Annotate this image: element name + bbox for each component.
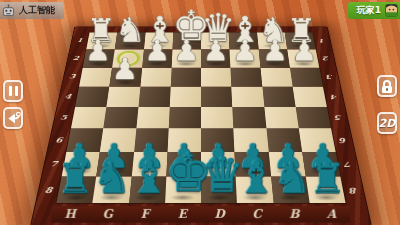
file-label-d: D	[201, 206, 238, 223]
piece-black-knight-g8[interactable]: ♞	[93, 157, 129, 199]
piece-black-king-e8[interactable]: ♚	[165, 147, 201, 199]
square-h5[interactable]	[71, 107, 107, 129]
player-avatar-icon	[385, 4, 398, 17]
square-c2[interactable]: ♟	[230, 50, 260, 68]
file-label-b: B	[276, 206, 313, 223]
square-g5[interactable]	[103, 107, 138, 129]
rank-label-right-5: 5	[331, 114, 346, 122]
square-f5[interactable]	[136, 107, 170, 129]
square-e3[interactable]	[171, 67, 201, 86]
game-scene: ♜♞♝♚♛♝♞♜♟♟♟♟♟♟♟♟♟♟♟♟♟♟♟♟♜♞♝♚♛♝♞♜ HGFEDCB…	[0, 0, 400, 225]
view-2d-button[interactable]: 2D	[377, 112, 397, 134]
piece-white-pawn-f2[interactable]: ♟	[142, 37, 171, 65]
square-e5[interactable]	[168, 107, 201, 129]
square-h4[interactable]	[75, 87, 109, 107]
square-e8[interactable]: ♚	[165, 176, 201, 203]
square-g1[interactable]: ♞	[115, 33, 145, 50]
square-f8[interactable]: ♝	[129, 176, 166, 203]
square-g3[interactable]: ♟	[110, 67, 142, 86]
piece-white-pawn-c2[interactable]: ♟	[230, 37, 259, 65]
square-b3[interactable]	[260, 67, 292, 86]
undo-button[interactable]	[3, 107, 23, 129]
square-d4[interactable]	[201, 87, 232, 107]
player-name-label: 玩家1	[357, 4, 381, 17]
square-h8[interactable]: ♜	[56, 176, 96, 203]
rank-label-left-2: 2	[69, 55, 83, 61]
piece-black-rook-h8[interactable]: ♜	[57, 159, 93, 200]
player-badge: 玩家1	[348, 2, 400, 19]
pause-button[interactable]	[3, 80, 23, 102]
file-label-h: H	[52, 206, 89, 223]
square-a4[interactable]	[292, 87, 326, 107]
piece-black-rook-a8[interactable]: ♜	[309, 159, 345, 200]
square-a2[interactable]: ♟	[287, 50, 319, 68]
square-h3[interactable]	[79, 67, 112, 86]
piece-black-knight-b8[interactable]: ♞	[273, 157, 309, 199]
square-b2[interactable]: ♟	[258, 50, 289, 68]
lock-icon	[383, 80, 391, 86]
piece-black-queen-d8[interactable]: ♛	[201, 151, 237, 199]
square-d3[interactable]	[201, 67, 231, 86]
piece-white-pawn-h2[interactable]: ♟	[83, 37, 112, 65]
undo-icon	[6, 111, 21, 126]
file-label-c: C	[238, 206, 275, 223]
square-b4[interactable]	[262, 87, 295, 107]
square-a3[interactable]	[290, 67, 323, 86]
rank-label-left-8: 8	[40, 185, 57, 194]
square-f3[interactable]	[140, 67, 171, 86]
opponent-name-label: 人工智能	[19, 4, 55, 17]
rank-label-right-8: 8	[345, 185, 362, 194]
square-f2[interactable]: ♟	[142, 50, 172, 68]
rank-label-right-2: 2	[319, 55, 333, 61]
rank-label-left-5: 5	[56, 114, 71, 122]
piece-white-pawn-g3[interactable]: ♟	[110, 55, 140, 84]
rank-label-right-4: 4	[327, 93, 342, 100]
piece-white-pawn-b2[interactable]: ♟	[260, 37, 289, 65]
robot-icon	[2, 4, 15, 17]
piece-white-pawn-d2[interactable]: ♟	[201, 37, 230, 65]
square-c3[interactable]	[231, 67, 262, 86]
square-a8[interactable]: ♜	[306, 176, 346, 203]
square-c8[interactable]: ♝	[236, 176, 273, 203]
rank-label-left-4: 4	[61, 93, 76, 100]
square-c5[interactable]	[232, 107, 266, 129]
piece-black-bishop-f8[interactable]: ♝	[129, 155, 165, 199]
piece-white-pawn-e2[interactable]: ♟	[172, 37, 201, 65]
square-g4[interactable]	[107, 87, 140, 107]
square-d8[interactable]: ♛	[201, 176, 237, 203]
square-d2[interactable]: ♟	[201, 50, 231, 68]
square-b5[interactable]	[264, 107, 299, 129]
file-coordinates: HGFEDCBA	[52, 206, 351, 223]
piece-white-knight-g1[interactable]: ♞	[115, 13, 144, 47]
piece-black-bishop-c8[interactable]: ♝	[237, 155, 273, 199]
file-label-e: E	[164, 206, 201, 223]
opponent-badge: 人工智能	[0, 2, 64, 19]
square-a5[interactable]	[295, 107, 331, 129]
rank-label-right-3: 3	[323, 73, 337, 80]
lock-button[interactable]	[377, 75, 397, 97]
board-grid: ♜♞♝♚♛♝♞♜♟♟♟♟♟♟♟♟♟♟♟♟♟♟♟♟♜♞♝♚♛♝♞♜	[55, 32, 346, 204]
file-label-a: A	[313, 206, 350, 223]
rank-label-left-3: 3	[65, 73, 79, 80]
square-b8[interactable]: ♞	[271, 176, 310, 203]
piece-white-pawn-a2[interactable]: ♟	[289, 37, 318, 65]
square-f4[interactable]	[138, 87, 170, 107]
square-c4[interactable]	[231, 87, 263, 107]
file-label-g: G	[89, 206, 126, 223]
pause-icon	[9, 86, 12, 96]
view-2d-label: 2D	[379, 117, 396, 130]
square-g8[interactable]: ♞	[93, 176, 132, 203]
file-label-f: F	[126, 206, 163, 223]
square-e4[interactable]	[170, 87, 201, 107]
chess-board: ♜♞♝♚♛♝♞♜♟♟♟♟♟♟♟♟♟♟♟♟♟♟♟♟♜♞♝♚♛♝♞♜ HGFEDCB…	[30, 27, 372, 225]
square-e2[interactable]: ♟	[171, 50, 201, 68]
square-d5[interactable]	[201, 107, 234, 129]
